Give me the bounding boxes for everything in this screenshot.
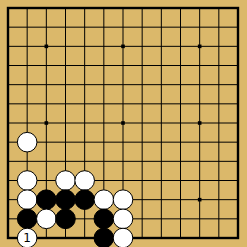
star-point	[45, 45, 49, 49]
star-point	[198, 121, 202, 125]
stone-white	[56, 171, 76, 191]
star-point	[121, 121, 125, 125]
stone-black	[56, 190, 76, 210]
stone-black	[56, 209, 76, 229]
stone-white	[17, 190, 37, 210]
stone-white	[113, 209, 133, 229]
star-point	[198, 198, 202, 202]
star-point	[45, 121, 49, 125]
stone-white	[17, 171, 37, 191]
go-board-diagram: 1	[0, 0, 247, 247]
stone-black	[75, 190, 95, 210]
stone-white	[37, 209, 57, 229]
stone-white	[17, 132, 37, 152]
stone-black	[17, 209, 37, 229]
star-point	[121, 45, 125, 49]
go-board: 1	[0, 0, 247, 247]
stone-white	[94, 190, 114, 210]
star-point	[198, 45, 202, 49]
stone-white	[113, 190, 133, 210]
stone-black	[94, 209, 114, 229]
stone-white	[75, 171, 95, 191]
stone-black	[37, 190, 57, 210]
move-number-label: 1	[23, 231, 31, 245]
stone-white	[113, 228, 133, 247]
stone-black	[94, 228, 114, 247]
